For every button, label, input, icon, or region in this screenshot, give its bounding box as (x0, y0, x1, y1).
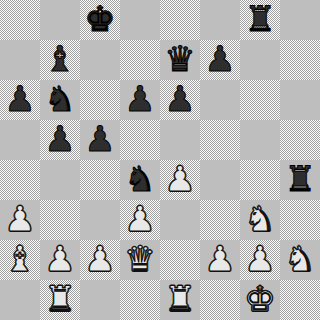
white-bishop-piece[interactable]: ♝ (4, 240, 35, 279)
white-pawn-piece[interactable]: ♟ (4, 200, 35, 239)
square-c6[interactable] (80, 80, 120, 120)
square-a6[interactable]: ♟ (0, 80, 40, 120)
square-a8[interactable] (0, 0, 40, 40)
square-d5[interactable] (120, 120, 160, 160)
square-f7[interactable]: ♟ (200, 40, 240, 80)
square-b5[interactable]: ♟ (40, 120, 80, 160)
square-b6[interactable]: ♞ (40, 80, 80, 120)
square-h7[interactable] (280, 40, 320, 80)
black-rook-piece[interactable]: ♜ (284, 160, 315, 199)
square-b7[interactable]: ♝ (40, 40, 80, 80)
square-g1[interactable]: ♚ (240, 280, 280, 320)
black-knight-piece[interactable]: ♞ (124, 160, 155, 199)
white-pawn-piece[interactable]: ♟ (204, 240, 235, 279)
chess-board: ♚♜♝♛♟♟♞♟♟♟♟♞♟♜♟♟♞♝♟♟♛♟♟♞♜♜♚ (0, 0, 320, 320)
square-a7[interactable] (0, 40, 40, 80)
black-queen-piece[interactable]: ♛ (164, 40, 195, 79)
white-pawn-piece[interactable]: ♟ (244, 240, 275, 279)
square-f5[interactable] (200, 120, 240, 160)
square-d1[interactable] (120, 280, 160, 320)
square-b4[interactable] (40, 160, 80, 200)
square-c2[interactable]: ♟ (80, 240, 120, 280)
square-c1[interactable] (80, 280, 120, 320)
square-f6[interactable] (200, 80, 240, 120)
square-g7[interactable] (240, 40, 280, 80)
square-g8[interactable]: ♜ (240, 0, 280, 40)
square-g5[interactable] (240, 120, 280, 160)
square-d8[interactable] (120, 0, 160, 40)
white-queen-piece[interactable]: ♛ (124, 240, 155, 279)
white-pawn-piece[interactable]: ♟ (124, 200, 155, 239)
white-pawn-piece[interactable]: ♟ (84, 240, 115, 279)
square-b8[interactable] (40, 0, 80, 40)
square-h2[interactable]: ♞ (280, 240, 320, 280)
square-h6[interactable] (280, 80, 320, 120)
square-c4[interactable] (80, 160, 120, 200)
square-e8[interactable] (160, 0, 200, 40)
white-king-piece[interactable]: ♚ (244, 280, 275, 319)
square-b1[interactable]: ♜ (40, 280, 80, 320)
square-f4[interactable] (200, 160, 240, 200)
square-b3[interactable] (40, 200, 80, 240)
black-knight-piece[interactable]: ♞ (44, 80, 75, 119)
square-c5[interactable]: ♟ (80, 120, 120, 160)
white-knight-piece[interactable]: ♞ (284, 240, 315, 279)
square-f3[interactable] (200, 200, 240, 240)
square-e5[interactable] (160, 120, 200, 160)
square-e7[interactable]: ♛ (160, 40, 200, 80)
square-h1[interactable] (280, 280, 320, 320)
black-pawn-piece[interactable]: ♟ (44, 120, 75, 159)
square-h8[interactable] (280, 0, 320, 40)
square-f2[interactable]: ♟ (200, 240, 240, 280)
square-e4[interactable]: ♟ (160, 160, 200, 200)
square-d3[interactable]: ♟ (120, 200, 160, 240)
black-pawn-piece[interactable]: ♟ (84, 120, 115, 159)
black-pawn-piece[interactable]: ♟ (4, 80, 35, 119)
square-a1[interactable] (0, 280, 40, 320)
white-pawn-piece[interactable]: ♟ (44, 240, 75, 279)
black-pawn-piece[interactable]: ♟ (164, 80, 195, 119)
square-d6[interactable]: ♟ (120, 80, 160, 120)
square-g3[interactable]: ♞ (240, 200, 280, 240)
black-pawn-piece[interactable]: ♟ (204, 40, 235, 79)
square-f8[interactable] (200, 0, 240, 40)
square-c8[interactable]: ♚ (80, 0, 120, 40)
square-e2[interactable] (160, 240, 200, 280)
square-c7[interactable] (80, 40, 120, 80)
square-d4[interactable]: ♞ (120, 160, 160, 200)
square-e3[interactable] (160, 200, 200, 240)
square-e6[interactable]: ♟ (160, 80, 200, 120)
black-bishop-piece[interactable]: ♝ (44, 40, 75, 79)
square-c3[interactable] (80, 200, 120, 240)
square-a2[interactable]: ♝ (0, 240, 40, 280)
square-d2[interactable]: ♛ (120, 240, 160, 280)
white-pawn-piece[interactable]: ♟ (164, 160, 195, 199)
white-knight-piece[interactable]: ♞ (244, 200, 275, 239)
black-king-piece[interactable]: ♚ (84, 0, 115, 39)
square-g2[interactable]: ♟ (240, 240, 280, 280)
black-rook-piece[interactable]: ♜ (244, 0, 275, 39)
square-a5[interactable] (0, 120, 40, 160)
square-d7[interactable] (120, 40, 160, 80)
square-b2[interactable]: ♟ (40, 240, 80, 280)
square-a4[interactable] (0, 160, 40, 200)
white-rook-piece[interactable]: ♜ (44, 280, 75, 319)
square-f1[interactable] (200, 280, 240, 320)
square-e1[interactable]: ♜ (160, 280, 200, 320)
square-g6[interactable] (240, 80, 280, 120)
black-pawn-piece[interactable]: ♟ (124, 80, 155, 119)
square-h5[interactable] (280, 120, 320, 160)
square-h3[interactable] (280, 200, 320, 240)
square-a3[interactable]: ♟ (0, 200, 40, 240)
square-g4[interactable] (240, 160, 280, 200)
white-rook-piece[interactable]: ♜ (164, 280, 195, 319)
square-h4[interactable]: ♜ (280, 160, 320, 200)
